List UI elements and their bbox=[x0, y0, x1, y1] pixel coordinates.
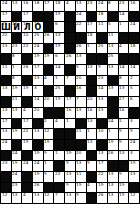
cell-r17c6[interactable]: 22 bbox=[54, 172, 64, 182]
cell-number: 13 bbox=[119, 151, 124, 155]
black-cell bbox=[33, 140, 43, 150]
cell-r6c11[interactable]: 25 bbox=[108, 54, 118, 64]
black-cell bbox=[22, 97, 32, 107]
cell-r8c12[interactable]: 8 bbox=[119, 76, 129, 86]
cell-r18c10[interactable]: 19 bbox=[97, 183, 107, 193]
cell-number: 18 bbox=[87, 33, 92, 37]
black-cell bbox=[119, 54, 129, 64]
cell-number: 1 bbox=[108, 129, 111, 133]
cell-number: 16 bbox=[87, 108, 92, 112]
cell-r4c4[interactable]: 25 bbox=[33, 33, 43, 43]
cell-r5c11[interactable]: 13 bbox=[108, 44, 118, 54]
black-cell bbox=[76, 140, 86, 150]
cell-number: 24 bbox=[130, 140, 135, 144]
black-cell bbox=[97, 119, 107, 129]
cell-r10c8[interactable]: 7 bbox=[76, 97, 86, 107]
cell-r7c2[interactable]: 1 bbox=[12, 65, 22, 75]
cell-r14c1[interactable]: 24 bbox=[1, 140, 11, 150]
black-cell bbox=[65, 140, 75, 150]
cell-number: 17 bbox=[98, 161, 103, 165]
cell-number: 13 bbox=[76, 161, 81, 165]
cell-r2c12[interactable]: 14 bbox=[119, 12, 129, 22]
black-cell bbox=[65, 22, 75, 32]
cell-r17c7[interactable]: 13 bbox=[65, 172, 75, 182]
cell-r12c12[interactable]: 1 bbox=[119, 119, 129, 129]
black-cell bbox=[76, 33, 86, 43]
cell-r5c1[interactable]: 13 bbox=[1, 44, 11, 54]
cell-r7c13[interactable]: 14 bbox=[129, 65, 139, 75]
cell-r1c2[interactable]: 13 bbox=[12, 1, 22, 11]
cell-r12c7[interactable]: 1 bbox=[65, 119, 75, 129]
cell-r8c4[interactable]: 13 bbox=[33, 76, 43, 86]
cell-number: 9 bbox=[44, 151, 47, 155]
cell-r10c10[interactable]: 13 bbox=[97, 97, 107, 107]
cell-r3c6[interactable]: 6 bbox=[54, 22, 64, 32]
cell-r17c10[interactable]: 22 bbox=[97, 172, 107, 182]
cell-number: 3 bbox=[130, 151, 133, 155]
cell-r19c11[interactable]: 13 bbox=[108, 193, 118, 203]
cell-number: 13 bbox=[108, 193, 113, 197]
cell-r16c4[interactable]: 24 bbox=[33, 161, 43, 171]
cell-r1c3[interactable]: 16 bbox=[22, 1, 32, 11]
cell-r19c13[interactable]: 12 bbox=[129, 193, 139, 203]
cell-number: 16 bbox=[23, 1, 28, 5]
cell-number: 13 bbox=[108, 65, 113, 69]
cell-r10c4[interactable]: 14 bbox=[33, 97, 43, 107]
cell-r10c5[interactable]: 20 bbox=[44, 97, 54, 107]
black-cell bbox=[12, 119, 22, 129]
cell-r7c8[interactable]: 5 bbox=[76, 65, 86, 75]
cell-r19c2[interactable]: 13 bbox=[12, 193, 22, 203]
cell-r13c8[interactable]: 21 bbox=[76, 129, 86, 139]
cell-r9c6[interactable]: 25 bbox=[54, 86, 64, 96]
black-cell bbox=[44, 22, 54, 32]
cell-r10c6[interactable]: 19 bbox=[54, 97, 64, 107]
cell-r13c3[interactable]: 22 bbox=[22, 129, 32, 139]
cell-number: 3 bbox=[130, 119, 133, 123]
cell-number: 9 bbox=[119, 129, 122, 133]
cell-r9c3[interactable]: 19 bbox=[22, 86, 32, 96]
cell-number: 20 bbox=[76, 76, 81, 80]
cell-r16c7[interactable]: 9 bbox=[65, 161, 75, 171]
cell-r2c8[interactable]: 24 bbox=[76, 12, 86, 22]
cell-r3c3[interactable]: 10Л bbox=[22, 22, 32, 32]
cell-number: 18 bbox=[98, 12, 103, 16]
cell-number: 4 bbox=[55, 119, 58, 123]
cell-r15c10[interactable]: 13 bbox=[97, 151, 107, 161]
cell-number: 4 bbox=[66, 1, 69, 5]
cell-number: 13 bbox=[87, 140, 92, 144]
cell-r11c7[interactable]: 16 bbox=[65, 108, 75, 118]
cell-r13c9[interactable]: 1 bbox=[87, 129, 97, 139]
cell-number: 18 bbox=[130, 44, 135, 48]
cell-r15c2[interactable]: 24 bbox=[12, 151, 22, 161]
black-cell bbox=[1, 54, 11, 64]
cell-number: 13 bbox=[34, 129, 39, 133]
cell-r14c5[interactable]: 19 bbox=[44, 140, 54, 150]
cell-r11c4[interactable]: 20 bbox=[33, 108, 43, 118]
cell-r17c5[interactable]: 9 bbox=[44, 172, 54, 182]
cell-number: 25 bbox=[2, 22, 7, 26]
cell-r11c3[interactable]: 4 bbox=[22, 108, 32, 118]
black-cell bbox=[54, 183, 64, 193]
cell-number: 14 bbox=[130, 65, 135, 69]
cell-r12c13[interactable]: 3 bbox=[129, 119, 139, 129]
cell-number: 24 bbox=[34, 161, 39, 165]
cell-r2c10[interactable]: 18 bbox=[97, 12, 107, 22]
cell-r2c3[interactable]: 17 bbox=[22, 12, 32, 22]
cell-number: 13 bbox=[98, 151, 103, 155]
black-cell bbox=[44, 44, 54, 54]
cell-number: 26 bbox=[23, 65, 28, 69]
cell-number: 1 bbox=[119, 22, 122, 26]
cell-number: 17 bbox=[23, 12, 28, 16]
cell-number: 17 bbox=[87, 22, 92, 26]
cell-r19c5[interactable]: 12 bbox=[44, 193, 54, 203]
cell-r4c11[interactable]: 11 bbox=[108, 33, 118, 43]
cell-r19c7[interactable]: 13 bbox=[65, 193, 75, 203]
cell-number: 10 bbox=[23, 33, 28, 37]
cell-r7c4[interactable]: 17 bbox=[33, 65, 43, 75]
cell-r13c11[interactable]: 1 bbox=[108, 129, 118, 139]
cell-number: 9 bbox=[119, 172, 122, 176]
cell-number: 6 bbox=[55, 22, 58, 26]
cell-r11c2[interactable]: 13 bbox=[12, 108, 22, 118]
cell-number: 9 bbox=[87, 161, 90, 165]
cell-r6c5[interactable]: 19 bbox=[44, 54, 54, 64]
cell-r12c3[interactable]: 17 bbox=[22, 119, 32, 129]
cell-number: 9 bbox=[44, 172, 47, 176]
cell-r19c3[interactable]: 4 bbox=[22, 193, 32, 203]
cell-r17c2[interactable]: 24 bbox=[12, 172, 22, 182]
cell-r16c13[interactable]: 19 bbox=[129, 161, 139, 171]
cell-number: 26 bbox=[98, 193, 103, 197]
cell-r8c6[interactable]: 1 bbox=[54, 76, 64, 86]
cell-r13c5[interactable]: 12 bbox=[44, 129, 54, 139]
cell-r19c10[interactable]: 26 bbox=[97, 193, 107, 203]
cell-r10c12[interactable]: 27 bbox=[119, 97, 129, 107]
cell-r1c8[interactable]: 13 bbox=[76, 1, 86, 11]
cell-number: 19 bbox=[98, 183, 103, 187]
cell-r7c9[interactable]: 13 bbox=[87, 65, 97, 75]
black-cell bbox=[97, 140, 107, 150]
cell-r12c1[interactable]: 17 bbox=[1, 119, 11, 129]
cell-r15c5[interactable]: 9 bbox=[44, 151, 54, 161]
cell-number: 22 bbox=[76, 22, 81, 26]
cell-number: 6 bbox=[55, 54, 58, 58]
cell-r8c2[interactable]: 8 bbox=[12, 76, 22, 86]
cell-r19c8[interactable]: 9 bbox=[76, 193, 86, 203]
cell-r18c9[interactable]: 4 bbox=[87, 183, 97, 193]
cell-r6c2[interactable]: 8 bbox=[12, 54, 22, 64]
cell-r9c13[interactable]: 5 bbox=[129, 86, 139, 96]
cell-number: 1 bbox=[55, 151, 58, 155]
cell-r7c12[interactable]: 14 bbox=[119, 65, 129, 75]
black-cell bbox=[22, 151, 32, 161]
black-cell bbox=[54, 108, 64, 118]
cell-number: 9 bbox=[76, 193, 79, 197]
cell-r3c1[interactable]: 25Ш bbox=[1, 22, 11, 32]
cell-number: 13 bbox=[12, 1, 17, 5]
cell-r3c8[interactable]: 22 bbox=[76, 22, 86, 32]
cell-r10c2[interactable]: 21 bbox=[12, 97, 22, 107]
cell-r4c3[interactable]: 10 bbox=[22, 33, 32, 43]
cell-r3c2[interactable]: 16И bbox=[12, 22, 22, 32]
cell-number: 23 bbox=[12, 44, 17, 48]
cell-number: 13 bbox=[76, 1, 81, 5]
cell-r12c9[interactable]: 13 bbox=[87, 119, 97, 129]
cell-r12c11[interactable]: 24 bbox=[108, 119, 118, 129]
cell-r2c1[interactable]: 17 bbox=[1, 12, 11, 22]
cell-r4c1[interactable]: 22 bbox=[1, 33, 11, 43]
cell-r8c8[interactable]: 20 bbox=[76, 76, 86, 86]
black-cell bbox=[33, 119, 43, 129]
cell-r19c6[interactable]: 7 bbox=[54, 193, 64, 203]
cell-r1c12[interactable]: 23 bbox=[119, 1, 129, 11]
cell-number: 13 bbox=[108, 44, 113, 48]
black-cell bbox=[108, 76, 118, 86]
black-cell bbox=[1, 97, 11, 107]
cell-r5c13[interactable]: 18 bbox=[129, 44, 139, 54]
black-cell bbox=[87, 86, 97, 96]
cell-r7c11[interactable]: 13 bbox=[108, 65, 118, 75]
cell-r1c7[interactable]: 4 bbox=[65, 1, 75, 11]
cell-number: 12 bbox=[44, 129, 49, 133]
cell-r9c4[interactable]: 3 bbox=[33, 86, 43, 96]
black-cell bbox=[129, 183, 139, 193]
black-cell bbox=[65, 129, 75, 139]
cell-number: 22 bbox=[55, 172, 60, 176]
cell-r16c10[interactable]: 17 bbox=[97, 161, 107, 171]
cell-r13c13[interactable]: 9 bbox=[129, 129, 139, 139]
cell-r17c4[interactable]: 19 bbox=[33, 172, 43, 182]
cell-r5c3[interactable]: 22 bbox=[22, 44, 32, 54]
cell-r15c8[interactable]: 20 bbox=[76, 151, 86, 161]
black-cell bbox=[65, 86, 75, 96]
cell-r16c9[interactable]: 9 bbox=[87, 161, 97, 171]
cell-number: 8 bbox=[12, 76, 15, 80]
cell-number: 2 bbox=[130, 76, 133, 80]
cell-r5c10[interactable]: 25 bbox=[97, 44, 107, 54]
cell-r8c7[interactable]: 7 bbox=[65, 76, 75, 86]
cell-number: 13 bbox=[108, 172, 113, 176]
cell-r3c11[interactable]: 5 bbox=[108, 22, 118, 32]
cell-number: 9 bbox=[119, 140, 122, 144]
cell-r8c13[interactable]: 2 bbox=[129, 76, 139, 86]
black-cell bbox=[129, 54, 139, 64]
cell-r17c8[interactable]: 11 bbox=[76, 172, 86, 182]
cell-r13c2[interactable]: 19 bbox=[12, 129, 22, 139]
cell-r1c11[interactable]: 8 bbox=[108, 1, 118, 11]
cell-r9c11[interactable]: 13 bbox=[108, 86, 118, 96]
cell-r18c12[interactable]: 19 bbox=[119, 183, 129, 193]
cell-r14c11[interactable]: 19 bbox=[108, 140, 118, 150]
black-cell bbox=[129, 108, 139, 118]
cell-r18c2[interactable]: 23 bbox=[12, 183, 22, 193]
cell-r5c8[interactable]: 26 bbox=[76, 44, 86, 54]
cell-r9c1[interactable]: 13 bbox=[1, 86, 11, 96]
black-cell bbox=[44, 65, 54, 75]
cell-r10c7[interactable]: 17 bbox=[65, 97, 75, 107]
cell-r5c9[interactable]: 1 bbox=[87, 44, 97, 54]
cell-number: 13 bbox=[66, 193, 71, 197]
cell-number: 18 bbox=[55, 1, 60, 5]
cell-r10c13[interactable]: 6 bbox=[129, 97, 139, 107]
cell-number: 14 bbox=[119, 65, 124, 69]
cell-r16c5[interactable]: 1 bbox=[44, 161, 54, 171]
cell-r5c6[interactable]: 19 bbox=[54, 44, 64, 54]
cell-r4c6[interactable]: 13 bbox=[54, 33, 64, 43]
black-cell bbox=[97, 33, 107, 43]
cell-r9c8[interactable]: 16 bbox=[76, 86, 86, 96]
cell-r3c4[interactable]: 19О bbox=[33, 22, 43, 32]
cell-r9c10[interactable]: 14 bbox=[97, 86, 107, 96]
cell-r18c4[interactable]: 26 bbox=[33, 183, 43, 193]
black-cell bbox=[12, 33, 22, 43]
black-cell bbox=[76, 119, 86, 129]
black-cell bbox=[87, 76, 97, 86]
cell-r17c11[interactable]: 13 bbox=[108, 172, 118, 182]
cell-r16c8[interactable]: 13 bbox=[76, 161, 86, 171]
cell-number: 13 bbox=[119, 86, 124, 90]
cell-number: 9 bbox=[130, 129, 133, 133]
cell-r7c6[interactable]: 14 bbox=[54, 65, 64, 75]
cell-r3c12[interactable]: 1 bbox=[119, 22, 129, 32]
cell-r8c5[interactable]: 4 bbox=[44, 76, 54, 86]
cell-r9c12[interactable]: 13 bbox=[119, 86, 129, 96]
cell-r11c10[interactable]: 13 bbox=[97, 108, 107, 118]
cell-r1c9[interactable]: 23 bbox=[87, 1, 97, 11]
cell-number: 13 bbox=[76, 54, 81, 58]
cell-number: 13 bbox=[12, 193, 17, 197]
cell-r18c11[interactable]: 13 bbox=[108, 183, 118, 193]
cell-r13c12[interactable]: 9 bbox=[119, 129, 129, 139]
cell-r14c3[interactable]: 19 bbox=[22, 140, 32, 150]
cell-r7c1[interactable]: 11 bbox=[1, 65, 11, 75]
cell-r16c1[interactable]: 23 bbox=[1, 161, 11, 171]
cell-r17c12[interactable]: 9 bbox=[119, 172, 129, 182]
cell-number: 13 bbox=[66, 172, 71, 176]
black-cell bbox=[1, 183, 11, 193]
cell-r4c9[interactable]: 18 bbox=[87, 33, 97, 43]
cell-r15c6[interactable]: 1 bbox=[54, 151, 64, 161]
cell-number: 4 bbox=[23, 108, 26, 112]
cell-number: 25 bbox=[55, 86, 60, 90]
cell-r11c12[interactable]: 16 bbox=[119, 108, 129, 118]
cell-r11c1[interactable]: 13 bbox=[1, 108, 11, 118]
cell-number: 19 bbox=[12, 161, 17, 165]
cell-r15c13[interactable]: 3 bbox=[129, 151, 139, 161]
cell-r14c12[interactable]: 9 bbox=[119, 140, 129, 150]
cell-number: 1 bbox=[119, 119, 122, 123]
cell-number: 19 bbox=[34, 172, 39, 176]
cell-r5c4[interactable]: 24 bbox=[33, 44, 43, 54]
cell-r1c10[interactable]: 24 bbox=[97, 1, 107, 11]
cell-r1c5[interactable]: 17 bbox=[44, 1, 54, 11]
cell-number: 7 bbox=[76, 97, 79, 101]
cell-r6c6[interactable]: 6 bbox=[54, 54, 64, 64]
cell-r11c9[interactable]: 16 bbox=[87, 108, 97, 118]
cell-r9c2[interactable]: 19 bbox=[12, 86, 22, 96]
cell-number: 7 bbox=[55, 193, 58, 197]
black-cell bbox=[108, 108, 118, 118]
cell-r5c2[interactable]: 23 bbox=[12, 44, 22, 54]
cell-r7c3[interactable]: 26 bbox=[22, 65, 32, 75]
cell-r17c13[interactable]: 13 bbox=[129, 172, 139, 182]
cell-r16c3[interactable]: 24 bbox=[22, 161, 32, 171]
cell-number: 19 bbox=[44, 140, 49, 144]
cell-r3c9[interactable]: 17 bbox=[87, 22, 97, 32]
cell-r19c4[interactable]: 13 bbox=[33, 193, 43, 203]
cell-number: 1 bbox=[44, 161, 47, 165]
black-cell bbox=[22, 54, 32, 64]
cell-r1c13[interactable]: 16 bbox=[129, 1, 139, 11]
cell-number: 8 bbox=[108, 1, 111, 5]
cell-number: 19 bbox=[55, 97, 60, 101]
cell-number: 13 bbox=[2, 129, 7, 133]
cell-r12c5[interactable]: 2 bbox=[44, 119, 54, 129]
cell-r7c10[interactable]: 9 bbox=[97, 65, 107, 75]
cell-r6c8[interactable]: 13 bbox=[76, 54, 86, 64]
cell-r1c6[interactable]: 18 bbox=[54, 1, 64, 11]
cell-r3c13[interactable]: 24 bbox=[129, 22, 139, 32]
cell-r14c13[interactable]: 24 bbox=[129, 140, 139, 150]
cell-r13c1[interactable]: 13 bbox=[1, 129, 11, 139]
cell-r5c12[interactable]: 4 bbox=[119, 44, 129, 54]
black-cell bbox=[108, 161, 118, 171]
cell-r12c6[interactable]: 4 bbox=[54, 119, 64, 129]
cell-r15c12[interactable]: 13 bbox=[119, 151, 129, 161]
black-cell bbox=[87, 193, 97, 203]
cell-r4c5[interactable]: 26 bbox=[44, 33, 54, 43]
black-cell bbox=[33, 12, 43, 22]
black-cell bbox=[129, 33, 139, 43]
cell-r3c10[interactable]: 11 bbox=[97, 22, 107, 32]
cell-number: 7 bbox=[66, 76, 69, 80]
cell-number: 26 bbox=[34, 183, 39, 187]
cell-r6c4[interactable]: 19 bbox=[33, 54, 43, 64]
cell-r18c7[interactable]: 9 bbox=[65, 183, 75, 193]
cell-r8c10[interactable]: 23 bbox=[97, 76, 107, 86]
cell-r13c10[interactable]: 10 bbox=[97, 129, 107, 139]
cell-r14c9[interactable]: 13 bbox=[87, 140, 97, 150]
cell-r6c7[interactable]: 26 bbox=[65, 54, 75, 64]
cell-r2c6[interactable]: 19 bbox=[54, 12, 64, 22]
cell-r1c4[interactable]: 18 bbox=[33, 1, 43, 11]
cell-r15c4[interactable]: 19 bbox=[33, 151, 43, 161]
cell-r1c1[interactable]: 24 bbox=[1, 1, 11, 11]
cell-number: 13 bbox=[2, 86, 7, 90]
cell-r19c12[interactable]: 19 bbox=[119, 193, 129, 203]
cell-r19c1[interactable]: 12 bbox=[1, 193, 11, 203]
cell-number: 23 bbox=[87, 1, 92, 5]
cell-r10c9[interactable]: 20 bbox=[87, 97, 97, 107]
cell-r13c4[interactable]: 13 bbox=[33, 129, 43, 139]
black-cell bbox=[119, 33, 129, 43]
cell-number: 17 bbox=[44, 1, 49, 5]
cell-r15c7[interactable]: 19 bbox=[65, 151, 75, 161]
cell-r15c11[interactable]: 26 bbox=[108, 151, 118, 161]
cell-number: 21 bbox=[12, 97, 17, 101]
cell-number: 13 bbox=[108, 183, 113, 187]
cell-number: 19 bbox=[76, 183, 81, 187]
cell-r11c8[interactable]: 13 bbox=[76, 108, 86, 118]
black-cell bbox=[22, 76, 32, 86]
black-cell bbox=[12, 140, 22, 150]
cell-r18c8[interactable]: 19 bbox=[76, 183, 86, 193]
cell-r16c2[interactable]: 19 bbox=[12, 161, 22, 171]
cell-number: 1 bbox=[87, 44, 90, 48]
